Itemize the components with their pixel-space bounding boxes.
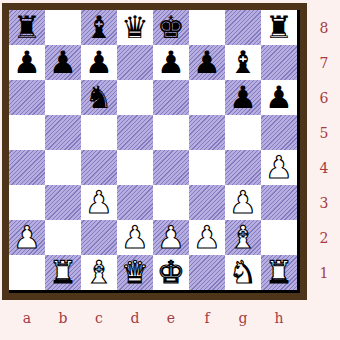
square-d5[interactable] bbox=[117, 115, 153, 150]
square-g7[interactable]: ♝ bbox=[225, 45, 261, 80]
piece-white-rook[interactable]: ♜ bbox=[49, 255, 77, 290]
square-f3[interactable] bbox=[189, 185, 225, 220]
chess-board: ♜♝♛♚♜♟♟♟♟♟♝♞♟♟♟♟♟♟♟♟♟♝♜♝♛♚♞♜ bbox=[9, 10, 297, 290]
square-c5[interactable] bbox=[81, 115, 117, 150]
square-a5[interactable] bbox=[9, 115, 45, 150]
file-label-b: b bbox=[45, 306, 81, 330]
piece-white-king[interactable]: ♚ bbox=[157, 255, 185, 290]
piece-black-knight[interactable]: ♞ bbox=[85, 80, 113, 115]
square-h5[interactable] bbox=[261, 115, 297, 150]
file-label-f: f bbox=[189, 306, 225, 330]
square-b3[interactable] bbox=[45, 185, 81, 220]
piece-black-pawn[interactable]: ♟ bbox=[193, 45, 221, 80]
square-e7[interactable]: ♟ bbox=[153, 45, 189, 80]
piece-white-bishop[interactable]: ♝ bbox=[85, 255, 113, 290]
piece-white-pawn[interactable]: ♟ bbox=[265, 150, 293, 185]
square-d6[interactable] bbox=[117, 80, 153, 115]
piece-black-bishop[interactable]: ♝ bbox=[85, 10, 113, 45]
rank-label-4: 4 bbox=[313, 150, 335, 185]
square-h2[interactable] bbox=[261, 220, 297, 255]
square-h6[interactable]: ♟ bbox=[261, 80, 297, 115]
square-f7[interactable]: ♟ bbox=[189, 45, 225, 80]
square-b1[interactable]: ♜ bbox=[45, 255, 81, 290]
rank-label-5: 5 bbox=[313, 115, 335, 150]
rank-label-6: 6 bbox=[313, 80, 335, 115]
piece-black-pawn[interactable]: ♟ bbox=[157, 45, 185, 80]
square-a7[interactable]: ♟ bbox=[9, 45, 45, 80]
piece-white-pawn[interactable]: ♟ bbox=[121, 220, 149, 255]
square-g4[interactable] bbox=[225, 150, 261, 185]
file-label-g: g bbox=[225, 306, 261, 330]
square-f4[interactable] bbox=[189, 150, 225, 185]
piece-black-rook[interactable]: ♜ bbox=[265, 10, 293, 45]
square-c1[interactable]: ♝ bbox=[81, 255, 117, 290]
square-h4[interactable]: ♟ bbox=[261, 150, 297, 185]
square-e5[interactable] bbox=[153, 115, 189, 150]
square-d8[interactable]: ♛ bbox=[117, 10, 153, 45]
square-e6[interactable] bbox=[153, 80, 189, 115]
piece-white-queen[interactable]: ♛ bbox=[121, 255, 149, 290]
square-f2[interactable]: ♟ bbox=[189, 220, 225, 255]
square-c4[interactable] bbox=[81, 150, 117, 185]
square-b6[interactable] bbox=[45, 80, 81, 115]
piece-white-pawn[interactable]: ♟ bbox=[157, 220, 185, 255]
piece-black-bishop[interactable]: ♝ bbox=[229, 45, 257, 80]
square-e4[interactable] bbox=[153, 150, 189, 185]
piece-black-pawn[interactable]: ♟ bbox=[85, 45, 113, 80]
square-g6[interactable]: ♟ bbox=[225, 80, 261, 115]
rank-label-1: 1 bbox=[313, 255, 335, 290]
rank-label-8: 8 bbox=[313, 10, 335, 45]
square-a1[interactable] bbox=[9, 255, 45, 290]
square-a3[interactable] bbox=[9, 185, 45, 220]
square-b7[interactable]: ♟ bbox=[45, 45, 81, 80]
rank-labels: 87654321 bbox=[313, 10, 335, 290]
square-c3[interactable]: ♟ bbox=[81, 185, 117, 220]
piece-white-pawn[interactable]: ♟ bbox=[85, 185, 113, 220]
square-a6[interactable] bbox=[9, 80, 45, 115]
square-h1[interactable]: ♜ bbox=[261, 255, 297, 290]
square-e1[interactable]: ♚ bbox=[153, 255, 189, 290]
square-g1[interactable]: ♞ bbox=[225, 255, 261, 290]
square-f1[interactable] bbox=[189, 255, 225, 290]
square-e8[interactable]: ♚ bbox=[153, 10, 189, 45]
piece-black-pawn[interactable]: ♟ bbox=[49, 45, 77, 80]
square-e2[interactable]: ♟ bbox=[153, 220, 189, 255]
file-label-e: e bbox=[153, 306, 189, 330]
square-f6[interactable] bbox=[189, 80, 225, 115]
chess-board-inner-edge: ♜♝♛♚♜♟♟♟♟♟♝♞♟♟♟♟♟♟♟♟♟♝♜♝♛♚♞♜ bbox=[9, 10, 300, 293]
square-b5[interactable] bbox=[45, 115, 81, 150]
rank-label-2: 2 bbox=[313, 220, 335, 255]
file-label-d: d bbox=[117, 306, 153, 330]
square-h3[interactable] bbox=[261, 185, 297, 220]
rank-label-3: 3 bbox=[313, 185, 335, 220]
piece-black-pawn[interactable]: ♟ bbox=[265, 80, 293, 115]
square-d3[interactable] bbox=[117, 185, 153, 220]
piece-white-rook[interactable]: ♜ bbox=[265, 255, 293, 290]
square-g8[interactable] bbox=[225, 10, 261, 45]
square-a4[interactable] bbox=[9, 150, 45, 185]
piece-black-king[interactable]: ♚ bbox=[157, 10, 185, 45]
square-a8[interactable]: ♜ bbox=[9, 10, 45, 45]
piece-white-pawn[interactable]: ♟ bbox=[193, 220, 221, 255]
piece-white-knight[interactable]: ♞ bbox=[229, 255, 257, 290]
square-b4[interactable] bbox=[45, 150, 81, 185]
square-a2[interactable]: ♟ bbox=[9, 220, 45, 255]
piece-white-pawn[interactable]: ♟ bbox=[13, 220, 41, 255]
square-g3[interactable]: ♟ bbox=[225, 185, 261, 220]
file-label-a: a bbox=[9, 306, 45, 330]
piece-black-pawn[interactable]: ♟ bbox=[13, 45, 41, 80]
square-h8[interactable]: ♜ bbox=[261, 10, 297, 45]
square-f5[interactable] bbox=[189, 115, 225, 150]
square-g2[interactable]: ♝ bbox=[225, 220, 261, 255]
square-d4[interactable] bbox=[117, 150, 153, 185]
file-labels: abcdefgh bbox=[9, 306, 297, 330]
square-g5[interactable] bbox=[225, 115, 261, 150]
square-d2[interactable]: ♟ bbox=[117, 220, 153, 255]
square-b8[interactable] bbox=[45, 10, 81, 45]
piece-black-pawn[interactable]: ♟ bbox=[229, 80, 257, 115]
piece-black-queen[interactable]: ♛ bbox=[121, 10, 149, 45]
piece-black-rook[interactable]: ♜ bbox=[13, 10, 41, 45]
square-b2[interactable] bbox=[45, 220, 81, 255]
square-h7[interactable] bbox=[261, 45, 297, 80]
square-d7[interactable] bbox=[117, 45, 153, 80]
square-c6[interactable]: ♞ bbox=[81, 80, 117, 115]
chess-board-frame: ♜♝♛♚♜♟♟♟♟♟♝♞♟♟♟♟♟♟♟♟♟♝♜♝♛♚♞♜ bbox=[2, 3, 307, 300]
square-d1[interactable]: ♛ bbox=[117, 255, 153, 290]
piece-white-bishop[interactable]: ♝ bbox=[229, 220, 257, 255]
file-label-c: c bbox=[81, 306, 117, 330]
square-c7[interactable]: ♟ bbox=[81, 45, 117, 80]
rank-label-7: 7 bbox=[313, 45, 335, 80]
piece-white-pawn[interactable]: ♟ bbox=[229, 185, 257, 220]
square-c8[interactable]: ♝ bbox=[81, 10, 117, 45]
square-e3[interactable] bbox=[153, 185, 189, 220]
file-label-h: h bbox=[261, 306, 297, 330]
square-f8[interactable] bbox=[189, 10, 225, 45]
square-c2[interactable] bbox=[81, 220, 117, 255]
